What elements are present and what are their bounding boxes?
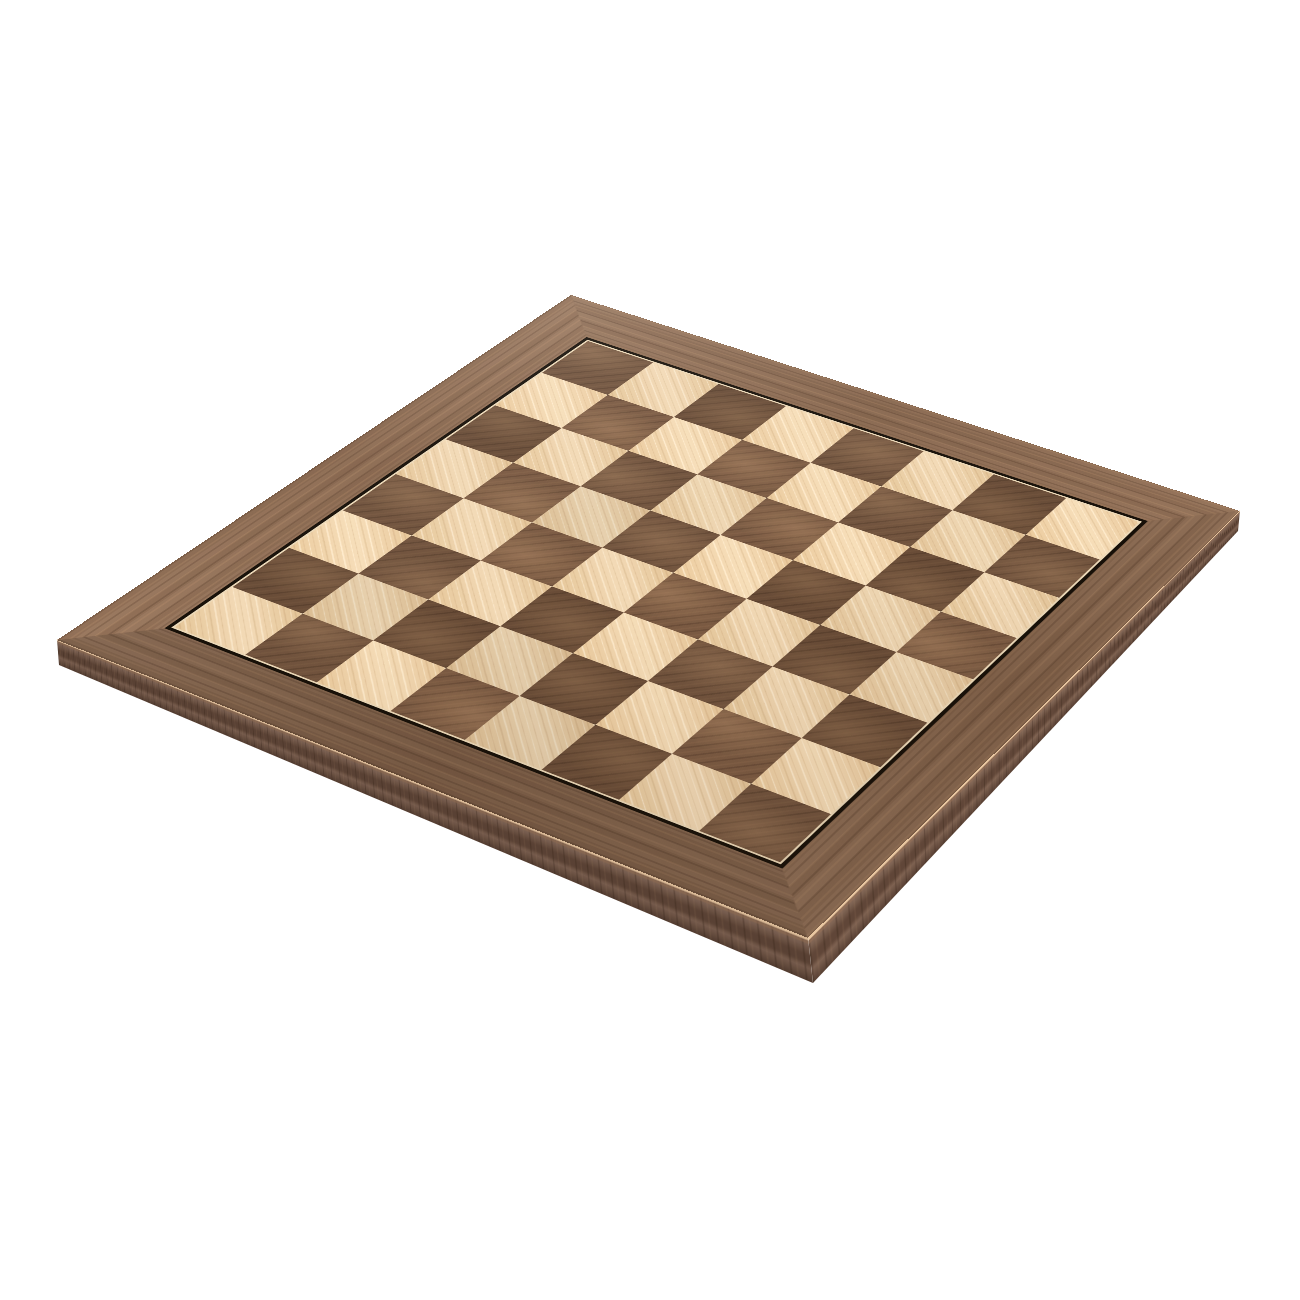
product-photo-stage — [0, 0, 1300, 1300]
chess-board — [57, 295, 1240, 938]
